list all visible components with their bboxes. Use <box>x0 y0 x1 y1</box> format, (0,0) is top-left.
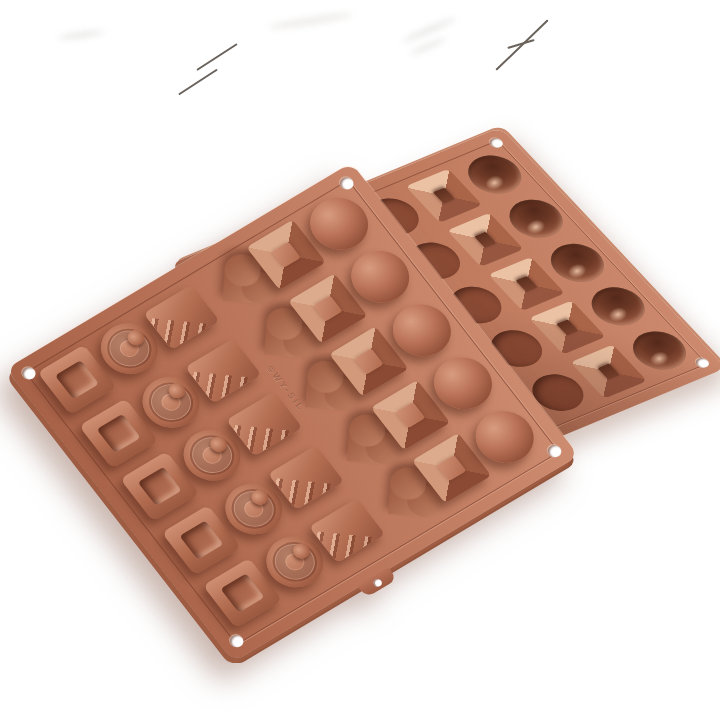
corner-hole <box>19 365 38 382</box>
corner-hole <box>227 633 246 650</box>
front-mold-wrapper: ©WY-SIL <box>0 0 720 720</box>
front-mold: ©WY-SIL <box>6 163 579 662</box>
heart-bump <box>347 429 385 464</box>
heart-bump <box>264 322 302 357</box>
heart-bump <box>388 482 426 517</box>
front-mold-grid <box>36 187 545 629</box>
heart-bump <box>305 375 343 410</box>
corner-hole <box>545 443 564 460</box>
product-photo-stage: ©WY-SIL <box>0 0 720 720</box>
heart-bump <box>223 269 261 304</box>
hanging-tab <box>357 567 397 597</box>
